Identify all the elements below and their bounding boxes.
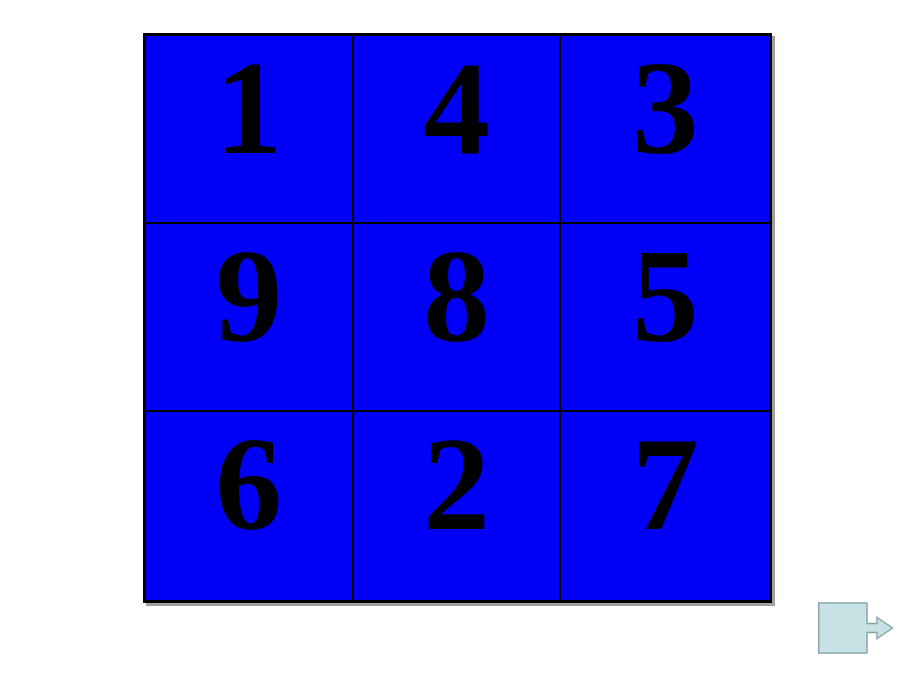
cell-r2c3[interactable]: 5: [561, 224, 769, 412]
cell-value: 7: [632, 412, 699, 557]
cell-value: 8: [423, 224, 490, 369]
cell-value: 9: [215, 224, 282, 369]
cell-value: 4: [423, 36, 490, 181]
cell-r3c3[interactable]: 7: [561, 412, 769, 600]
number-grid: 1 4 3 9 8 5 6 2 7: [143, 33, 772, 603]
cell-r3c2[interactable]: 2: [354, 412, 562, 600]
cell-r2c2[interactable]: 8: [354, 224, 562, 412]
cell-r1c1[interactable]: 1: [146, 36, 354, 224]
cell-value: 2: [423, 412, 490, 557]
cell-r3c1[interactable]: 6: [146, 412, 354, 600]
slide: 1 4 3 9 8 5 6 2 7: [0, 0, 920, 690]
cell-value: 3: [632, 36, 699, 181]
cell-value: 1: [215, 36, 282, 181]
forward-arrow-icon: [818, 602, 894, 655]
cell-r1c3[interactable]: 3: [561, 36, 769, 224]
cell-value: 6: [215, 412, 282, 557]
cell-value: 5: [632, 224, 699, 369]
next-slide-button[interactable]: [818, 602, 894, 655]
cell-r2c1[interactable]: 9: [146, 224, 354, 412]
cell-r1c2[interactable]: 4: [354, 36, 562, 224]
